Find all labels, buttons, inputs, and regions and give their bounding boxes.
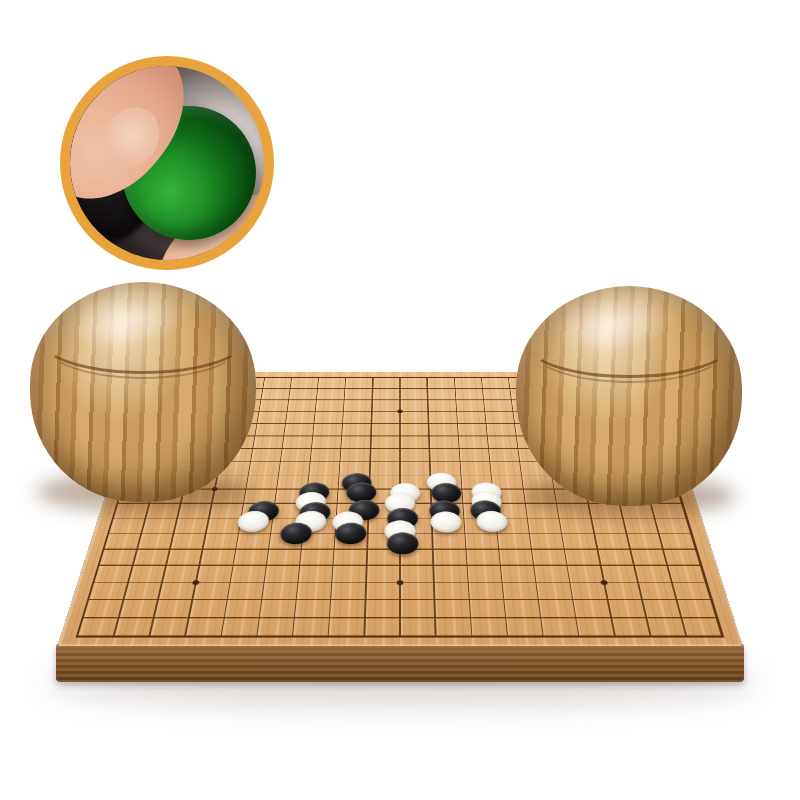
black-stone (334, 523, 366, 544)
white-stone (385, 493, 416, 513)
black-stone (342, 473, 373, 492)
white-stone (470, 492, 502, 512)
product-photo-go-set (0, 0, 800, 800)
star-point (397, 487, 403, 491)
white-stone (427, 473, 458, 492)
black-stone (431, 483, 462, 503)
star-point (397, 580, 404, 585)
stone-bowl-right (516, 286, 742, 506)
black-stone (429, 500, 461, 520)
black-stone (346, 483, 377, 503)
black-stone (298, 483, 330, 503)
white-stone (476, 511, 509, 532)
star-point (192, 580, 200, 585)
board-front-edge (56, 644, 744, 682)
white-stone (294, 511, 327, 532)
black-stone (299, 502, 331, 523)
black-stone (279, 523, 313, 544)
white-stone (390, 483, 420, 503)
white-stone (331, 511, 363, 532)
black-stone (349, 500, 380, 520)
white-stone (295, 492, 327, 512)
white-stone (236, 511, 270, 532)
star-point (397, 410, 402, 413)
black-stone (246, 501, 280, 521)
stone-bowl-left (30, 282, 256, 502)
detail-inset-circle (60, 56, 274, 270)
black-stone (470, 500, 502, 520)
white-stone (384, 520, 416, 541)
black-stone (387, 533, 419, 555)
white-stone (471, 483, 503, 503)
white-stone (430, 511, 462, 532)
star-point (601, 580, 609, 585)
black-stone (387, 508, 418, 529)
